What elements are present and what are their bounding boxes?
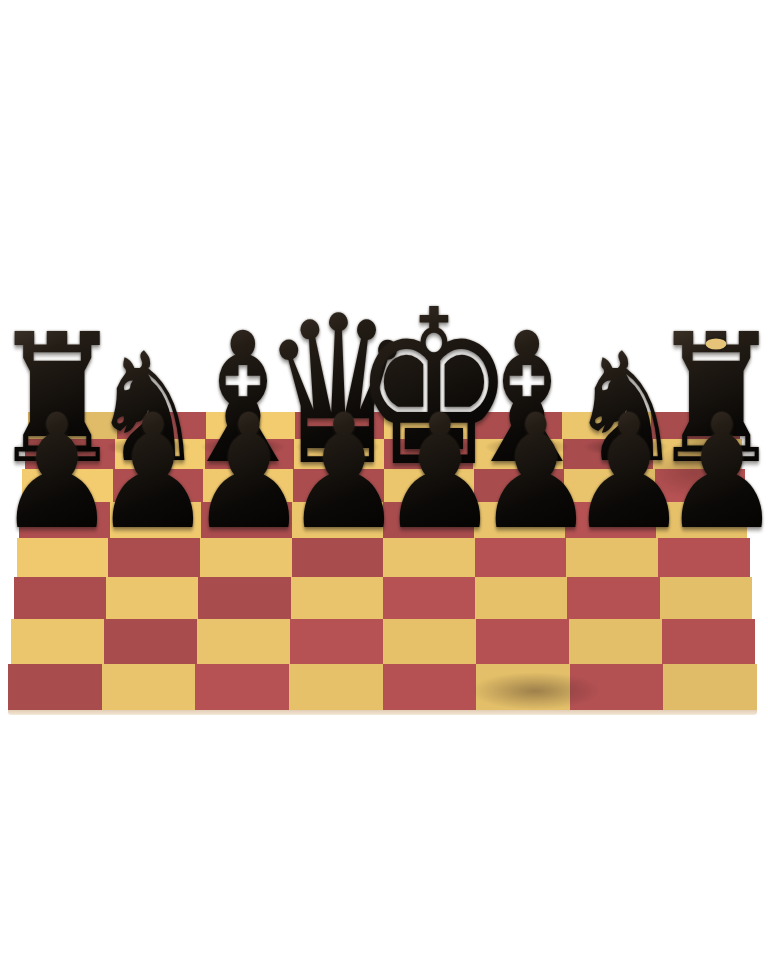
square-h2[interactable] [662,619,755,664]
square-e2[interactable] [383,619,476,664]
pawn-glyph: ♟ [662,380,768,564]
square-c2[interactable] [197,619,290,664]
square-g3[interactable] [567,577,659,619]
square-a3[interactable] [14,577,106,619]
square-a1[interactable] [8,664,102,710]
square-e1[interactable] [383,664,477,710]
square-c3[interactable] [198,577,290,619]
square-b1[interactable] [102,664,196,710]
square-f2[interactable] [476,619,569,664]
square-b2[interactable] [104,619,197,664]
square-e3[interactable] [383,577,475,619]
square-b3[interactable] [106,577,198,619]
square-f3[interactable] [475,577,567,619]
board-front-edge [8,710,757,715]
square-g2[interactable] [569,619,662,664]
rook-top-gold-inlay [706,339,727,350]
square-d3[interactable] [291,577,383,619]
board-rank-3 [14,577,752,619]
piece-h7-pawn[interactable]: ♟ [662,393,768,551]
square-h3[interactable] [660,577,752,619]
product-photo-scene: ♜♞♝♛♚♝♞♜♟♟♟♟♟♟♟♟ [0,0,768,953]
square-a2[interactable] [11,619,104,664]
square-c1[interactable] [195,664,289,710]
square-d1[interactable] [289,664,383,710]
square-f1[interactable] [476,664,570,710]
board-rank-1 [8,664,757,710]
square-d2[interactable] [290,619,383,664]
board-rank-2 [11,619,755,664]
square-h1[interactable] [663,664,757,710]
square-g1[interactable] [570,664,664,710]
